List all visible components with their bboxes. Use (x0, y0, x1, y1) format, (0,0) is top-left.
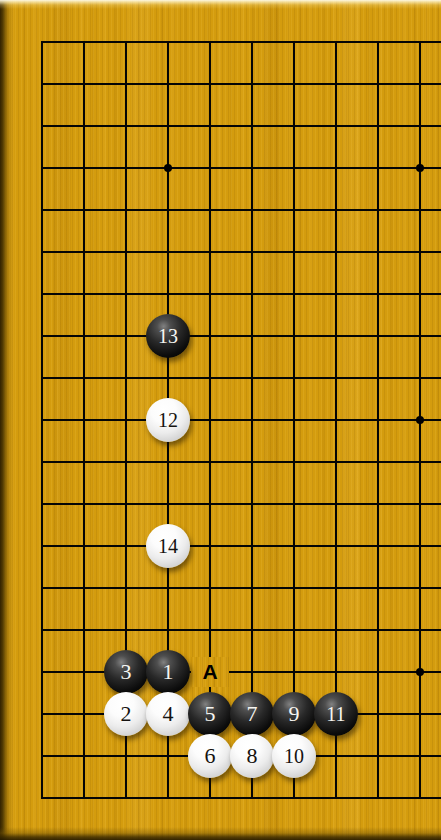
stone-white-14[interactable]: 14 (146, 524, 190, 568)
board-edge-bottom-shadow (0, 827, 441, 840)
grid-line-horizontal (41, 209, 441, 211)
stone-black-7[interactable]: 7 (230, 692, 274, 736)
star-point (164, 164, 172, 172)
board-edge-left-shadow (0, 0, 13, 840)
stone-white-12[interactable]: 12 (146, 398, 190, 442)
grid-line-horizontal (41, 629, 441, 631)
stone-white-10[interactable]: 10 (272, 734, 316, 778)
stone-white-8[interactable]: 8 (230, 734, 274, 778)
star-point (416, 416, 424, 424)
grid-line-horizontal (41, 41, 441, 43)
stone-black-3[interactable]: 3 (104, 650, 148, 694)
grid-line-horizontal (41, 377, 441, 379)
grid-line-horizontal (41, 461, 441, 463)
go-board[interactable]: A1312143124579116810 (0, 0, 441, 840)
stone-black-5[interactable]: 5 (188, 692, 232, 736)
grid-line-horizontal (41, 545, 441, 547)
star-point (416, 164, 424, 172)
grid-line-horizontal (41, 335, 441, 337)
stone-black-11[interactable]: 11 (314, 692, 358, 736)
stone-black-9[interactable]: 9 (272, 692, 316, 736)
stone-white-2[interactable]: 2 (104, 692, 148, 736)
stone-black-1[interactable]: 1 (146, 650, 190, 694)
stone-white-6[interactable]: 6 (188, 734, 232, 778)
stone-black-13[interactable]: 13 (146, 314, 190, 358)
grid-line-horizontal (41, 587, 441, 589)
grid-line-horizontal (41, 419, 441, 421)
star-point (416, 668, 424, 676)
grid-line-horizontal (41, 167, 441, 169)
grid-line-horizontal (41, 503, 441, 505)
grid-line-horizontal (41, 251, 441, 253)
grid-line-horizontal (41, 293, 441, 295)
stone-white-4[interactable]: 4 (146, 692, 190, 736)
move-label-A: A (191, 657, 229, 687)
board-edge-top-highlight (0, 0, 441, 9)
grid-line-horizontal (41, 797, 441, 799)
grid-line-horizontal (41, 671, 441, 673)
grid-line-horizontal (41, 83, 441, 85)
grid-line-horizontal (41, 125, 441, 127)
